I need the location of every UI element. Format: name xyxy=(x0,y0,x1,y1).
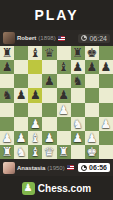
white-pawn[interactable]: ♟ xyxy=(86,131,97,143)
square-c1[interactable]: ♝ xyxy=(28,145,42,159)
white-knight[interactable]: ♞ xyxy=(72,117,83,129)
clock-icon xyxy=(81,165,87,171)
square-d4[interactable] xyxy=(42,103,56,117)
black-queen[interactable]: ♛ xyxy=(44,47,55,59)
white-knight[interactable]: ♞ xyxy=(16,145,27,157)
square-c8[interactable]: ♝ xyxy=(28,46,42,60)
square-d8[interactable]: ♛ xyxy=(42,46,56,60)
square-a7[interactable]: ♟ xyxy=(0,60,14,74)
square-e8[interactable] xyxy=(57,46,71,60)
black-rook[interactable]: ♜ xyxy=(72,47,83,59)
opponent-clock: 06:24 xyxy=(78,34,110,43)
white-pawn[interactable]: ♟ xyxy=(16,131,27,143)
header: PLAY xyxy=(0,0,113,30)
square-h7[interactable]: ♟ xyxy=(99,60,113,74)
chesscom-pawn-logo-icon: ♟ xyxy=(22,182,35,195)
square-a8[interactable]: ♜ xyxy=(0,46,14,60)
square-c3[interactable]: ♟ xyxy=(28,117,42,131)
chess-app: PLAY Robert (1898) 06:24 ♜♝♛♜♚♟♝♟♟♟♟♞♞♟♟… xyxy=(0,0,113,200)
player-clock: 06:56 xyxy=(78,163,110,172)
square-h3[interactable]: ♟ xyxy=(99,117,113,131)
white-pawn[interactable]: ♟ xyxy=(72,131,83,143)
black-knight[interactable]: ♞ xyxy=(2,89,13,101)
black-pawn[interactable]: ♟ xyxy=(16,89,27,101)
square-d2[interactable]: ♟ xyxy=(42,131,56,145)
square-h6[interactable] xyxy=(99,74,113,88)
square-g5[interactable] xyxy=(85,88,99,102)
square-e7[interactable]: ♝ xyxy=(57,60,71,74)
white-pawn[interactable]: ♟ xyxy=(30,117,41,129)
square-d6[interactable]: ♟ xyxy=(42,74,56,88)
clock-icon xyxy=(81,35,87,41)
square-c4[interactable] xyxy=(28,103,42,117)
square-g4[interactable] xyxy=(85,103,99,117)
white-king[interactable]: ♚ xyxy=(86,145,97,157)
square-a1[interactable]: ♜ xyxy=(0,145,14,159)
square-a2[interactable]: ♟ xyxy=(0,131,14,145)
black-pawn[interactable]: ♟ xyxy=(44,75,55,87)
square-e4[interactable]: ♟ xyxy=(57,103,71,117)
page-title: PLAY xyxy=(34,7,78,23)
square-e1[interactable]: ♜ xyxy=(57,145,71,159)
player-rating: (1950) xyxy=(47,165,64,171)
square-d1[interactable]: ♛ xyxy=(42,145,56,159)
square-b3[interactable] xyxy=(14,117,28,131)
player-name: Anastasia xyxy=(17,165,45,171)
black-knight[interactable]: ♞ xyxy=(72,75,83,87)
white-pawn[interactable]: ♟ xyxy=(2,131,13,143)
square-h1[interactable] xyxy=(99,145,113,159)
opponent-avatar[interactable] xyxy=(3,32,15,44)
us-flag-icon xyxy=(67,165,74,170)
square-g6[interactable] xyxy=(85,74,99,88)
white-pawn[interactable]: ♟ xyxy=(44,131,55,143)
black-pawn[interactable]: ♟ xyxy=(86,61,97,73)
black-king[interactable]: ♚ xyxy=(86,47,97,59)
white-pawn[interactable]: ♟ xyxy=(58,103,69,115)
square-e3[interactable] xyxy=(57,117,71,131)
square-c7[interactable] xyxy=(28,60,42,74)
square-a6[interactable] xyxy=(0,74,14,88)
square-d3[interactable] xyxy=(42,117,56,131)
square-f2[interactable]: ♟ xyxy=(71,131,85,145)
square-f6[interactable]: ♞ xyxy=(71,74,85,88)
square-c2[interactable]: ♝ xyxy=(28,131,42,145)
square-f4[interactable] xyxy=(71,103,85,117)
square-f3[interactable]: ♞ xyxy=(71,117,85,131)
square-f7[interactable]: ♟ xyxy=(71,60,85,74)
square-b1[interactable]: ♞ xyxy=(14,145,28,159)
square-b6[interactable] xyxy=(14,74,28,88)
square-g7[interactable]: ♟ xyxy=(85,60,99,74)
square-a3[interactable] xyxy=(0,117,14,131)
square-f1[interactable] xyxy=(71,145,85,159)
square-g2[interactable]: ♟ xyxy=(85,131,99,145)
square-g1[interactable]: ♚ xyxy=(85,145,99,159)
white-bishop[interactable]: ♝ xyxy=(30,131,41,143)
square-c5[interactable]: ♟ xyxy=(28,88,42,102)
black-bishop[interactable]: ♝ xyxy=(30,47,41,59)
square-a5[interactable]: ♞ xyxy=(0,88,14,102)
black-pawn[interactable]: ♟ xyxy=(101,61,112,73)
chess-board: ♜♝♛♜♚♟♝♟♟♟♟♞♞♟♟♟♟♟♞♟♟♟♝♟♟♟♜♞♝♛♜♚ xyxy=(0,46,113,159)
square-e6[interactable] xyxy=(57,74,71,88)
square-h2[interactable] xyxy=(99,131,113,145)
black-rook[interactable]: ♜ xyxy=(2,47,13,59)
square-d5[interactable] xyxy=(42,88,56,102)
square-b2[interactable]: ♟ xyxy=(14,131,28,145)
player-bar: Anastasia (1950) 06:56 xyxy=(0,159,113,176)
square-g3[interactable] xyxy=(85,117,99,131)
square-b5[interactable]: ♟ xyxy=(14,88,28,102)
footer: ♟ Chess.com xyxy=(0,176,113,200)
black-pawn[interactable]: ♟ xyxy=(58,89,69,101)
player-clock-time: 06:56 xyxy=(89,164,107,171)
black-pawn[interactable]: ♟ xyxy=(2,61,13,73)
opponent-rating: (1898) xyxy=(38,35,55,41)
opponent-clock-time: 06:24 xyxy=(89,35,107,42)
square-h4[interactable] xyxy=(99,103,113,117)
opponent-bar: Robert (1898) 06:24 xyxy=(0,30,113,46)
square-a4[interactable] xyxy=(0,103,14,117)
black-bishop[interactable]: ♝ xyxy=(58,61,69,73)
brand-wordmark[interactable]: Chess.com xyxy=(38,183,91,194)
square-f8[interactable]: ♜ xyxy=(71,46,85,60)
white-pawn[interactable]: ♟ xyxy=(101,117,112,129)
opponent-info: Robert (1898) xyxy=(17,35,65,41)
us-flag-icon xyxy=(58,36,65,41)
square-b4[interactable] xyxy=(14,103,28,117)
player-avatar[interactable] xyxy=(3,162,15,174)
black-pawn[interactable]: ♟ xyxy=(72,61,83,73)
square-h8[interactable] xyxy=(99,46,113,60)
opponent-name: Robert xyxy=(17,35,36,41)
square-e5[interactable]: ♟ xyxy=(57,88,71,102)
square-f5[interactable] xyxy=(71,88,85,102)
square-e2[interactable] xyxy=(57,131,71,145)
black-pawn[interactable]: ♟ xyxy=(30,89,41,101)
white-queen[interactable]: ♛ xyxy=(44,145,55,157)
square-c6[interactable] xyxy=(28,74,42,88)
square-g8[interactable]: ♚ xyxy=(85,46,99,60)
square-b8[interactable] xyxy=(14,46,28,60)
player-info: Anastasia (1950) xyxy=(17,165,74,171)
square-d7[interactable] xyxy=(42,60,56,74)
square-b7[interactable] xyxy=(14,60,28,74)
white-rook[interactable]: ♜ xyxy=(2,145,13,157)
white-bishop[interactable]: ♝ xyxy=(30,145,41,157)
white-rook[interactable]: ♜ xyxy=(58,145,69,157)
square-h5[interactable] xyxy=(99,88,113,102)
